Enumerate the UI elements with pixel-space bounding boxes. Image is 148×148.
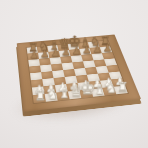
- piece-white-knight[interactable]: ♞: [105, 82, 117, 95]
- piece-white-rook[interactable]: ♜: [34, 89, 46, 102]
- piece-brown-pawn[interactable]: ♟: [40, 48, 49, 58]
- square[interactable]: [41, 71, 53, 79]
- square[interactable]: ♜: [33, 94, 46, 103]
- square[interactable]: ♟: [48, 51, 60, 58]
- board-frame: ♜♞♝♛♚♝♞♜♟♟♟♟♟♟♟♟♟♟♟♟♟♟♟♟♜♞♝♛♚♝♞♜: [17, 35, 141, 112]
- square[interactable]: ♟: [27, 53, 39, 60]
- board-grid: ♜♞♝♛♚♝♞♜♟♟♟♟♟♟♟♟♟♟♟♟♟♟♟♟♜♞♝♛♚♝♞♜: [27, 40, 128, 103]
- chess-board: ♜♞♝♛♚♝♞♜♟♟♟♟♟♟♟♟♟♟♟♟♟♟♟♟♜♞♝♛♚♝♞♜: [17, 35, 141, 112]
- square[interactable]: ♟: [59, 50, 71, 57]
- piece-white-bishop[interactable]: ♝: [57, 86, 70, 100]
- square[interactable]: [94, 59, 107, 67]
- piece-brown-pawn[interactable]: ♟: [50, 47, 59, 57]
- piece-brown-pawn[interactable]: ♟: [29, 49, 38, 59]
- piece-white-rook[interactable]: ♜: [116, 81, 128, 94]
- square[interactable]: [102, 52, 115, 59]
- square[interactable]: ♟: [38, 52, 50, 59]
- scene: ♜♞♝♛♚♝♞♜♟♟♟♟♟♟♟♟♟♟♟♟♟♟♟♟♜♞♝♛♚♝♞♜: [0, 0, 148, 148]
- piece-brown-pawn[interactable]: ♟: [92, 44, 101, 54]
- piece-brown-pawn[interactable]: ♟: [61, 46, 70, 56]
- piece-white-knight[interactable]: ♞: [46, 88, 58, 102]
- square[interactable]: [85, 67, 98, 75]
- photo-backdrop: ♜♞♝♛♚♝♞♜♟♟♟♟♟♟♟♟♟♟♟♟♟♟♟♟♜♞♝♛♚♝♞♜: [0, 0, 148, 148]
- piece-brown-pawn[interactable]: ♟: [82, 45, 91, 55]
- piece-brown-pawn[interactable]: ♟: [71, 45, 80, 55]
- piece-brown-pawn[interactable]: ♟: [102, 43, 111, 53]
